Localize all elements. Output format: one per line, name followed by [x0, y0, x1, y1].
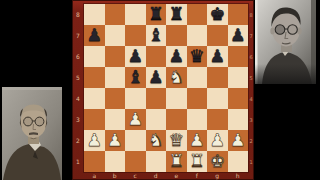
square-c4[interactable] — [125, 88, 146, 109]
square-b3[interactable] — [105, 109, 126, 130]
square-d2[interactable]: ♞ — [146, 130, 167, 151]
square-b1[interactable] — [105, 151, 126, 172]
square-d7[interactable]: ♝ — [146, 25, 167, 46]
chessboard: ♜♜♚♟♝♟♟♟♛♟♝♟♞♟♟♟♞♛♟♟♟♜♜♚ — [84, 4, 248, 172]
rank-label-left-8: 8 — [72, 4, 84, 25]
square-g7[interactable] — [207, 25, 228, 46]
square-g2[interactable]: ♟ — [207, 130, 228, 151]
rank-label-right-1: 1 — [248, 151, 254, 172]
square-c3[interactable]: ♟ — [125, 109, 146, 130]
file-label-h: h — [228, 172, 249, 180]
player-photo-bottom-left — [2, 87, 62, 180]
square-g6[interactable]: ♟ — [207, 46, 228, 67]
white-pawn: ♟ — [230, 131, 246, 149]
rank-label-right-4: 4 — [248, 88, 254, 109]
square-f1[interactable]: ♜ — [187, 151, 208, 172]
square-c5[interactable]: ♝ — [125, 67, 146, 88]
white-queen: ♛ — [168, 131, 184, 149]
white-rook: ♜ — [189, 152, 205, 170]
portrait-man-glasses-icon — [255, 0, 316, 84]
square-c8[interactable] — [125, 4, 146, 25]
square-e7[interactable] — [166, 25, 187, 46]
portrait-man-mustache-icon — [2, 87, 62, 180]
square-f4[interactable] — [187, 88, 208, 109]
square-c2[interactable] — [125, 130, 146, 151]
square-h8[interactable] — [228, 4, 249, 25]
square-a4[interactable] — [84, 88, 105, 109]
square-d4[interactable] — [146, 88, 167, 109]
rank-label-right-8: 8 — [248, 4, 254, 25]
white-pawn: ♟ — [127, 110, 143, 128]
square-f6[interactable]: ♛ — [187, 46, 208, 67]
square-h3[interactable] — [228, 109, 249, 130]
chessboard-frame: 87654321 ♜♜♚♟♝♟♟♟♛♟♝♟♞♟♟♟♞♛♟♟♟♜♜♚ 876543… — [72, 0, 254, 180]
square-f3[interactable] — [187, 109, 208, 130]
rank-label-left-2: 2 — [72, 130, 84, 151]
rank-label-left-4: 4 — [72, 88, 84, 109]
file-label-c: c — [125, 172, 146, 180]
square-f7[interactable] — [187, 25, 208, 46]
square-e2[interactable]: ♛ — [166, 130, 187, 151]
square-e4[interactable] — [166, 88, 187, 109]
file-label-g: g — [207, 172, 228, 180]
white-king: ♚ — [209, 152, 225, 170]
rank-labels-left: 87654321 — [72, 4, 84, 172]
black-pawn: ♟ — [230, 26, 246, 44]
rank-label-right-6: 6 — [248, 46, 254, 67]
square-c6[interactable]: ♟ — [125, 46, 146, 67]
white-pawn: ♟ — [107, 131, 123, 149]
square-a2[interactable]: ♟ — [84, 130, 105, 151]
black-king: ♚ — [209, 5, 225, 23]
black-rook: ♜ — [168, 5, 184, 23]
square-b7[interactable] — [105, 25, 126, 46]
black-bishop: ♝ — [148, 26, 164, 44]
square-h1[interactable] — [228, 151, 249, 172]
white-knight: ♞ — [168, 68, 184, 86]
square-g4[interactable] — [207, 88, 228, 109]
square-f8[interactable] — [187, 4, 208, 25]
square-d1[interactable] — [146, 151, 167, 172]
black-pawn: ♟ — [148, 68, 164, 86]
file-label-a: a — [84, 172, 105, 180]
rank-label-right-7: 7 — [248, 25, 254, 46]
square-e8[interactable]: ♜ — [166, 4, 187, 25]
square-e5[interactable]: ♞ — [166, 67, 187, 88]
rank-label-left-5: 5 — [72, 67, 84, 88]
rank-label-left-1: 1 — [72, 151, 84, 172]
square-d5[interactable]: ♟ — [146, 67, 167, 88]
square-h6[interactable] — [228, 46, 249, 67]
rank-labels-right: 87654321 — [248, 4, 254, 172]
square-a3[interactable] — [84, 109, 105, 130]
square-h5[interactable] — [228, 67, 249, 88]
square-c1[interactable] — [125, 151, 146, 172]
square-e3[interactable] — [166, 109, 187, 130]
white-rook: ♜ — [168, 152, 184, 170]
rank-label-left-7: 7 — [72, 25, 84, 46]
square-f2[interactable]: ♟ — [187, 130, 208, 151]
square-h2[interactable]: ♟ — [228, 130, 249, 151]
square-a5[interactable] — [84, 67, 105, 88]
rank-label-right-3: 3 — [248, 109, 254, 130]
square-a8[interactable] — [84, 4, 105, 25]
file-labels-bottom: abcdefgh — [84, 172, 248, 180]
square-g1[interactable]: ♚ — [207, 151, 228, 172]
square-a7[interactable]: ♟ — [84, 25, 105, 46]
rank-label-left-3: 3 — [72, 109, 84, 130]
black-pawn: ♟ — [127, 47, 143, 65]
rank-label-right-5: 5 — [248, 67, 254, 88]
square-d6[interactable] — [146, 46, 167, 67]
square-f5[interactable] — [187, 67, 208, 88]
white-pawn: ♟ — [189, 131, 205, 149]
square-g8[interactable]: ♚ — [207, 4, 228, 25]
square-b5[interactable] — [105, 67, 126, 88]
file-label-e: e — [166, 172, 187, 180]
square-e1[interactable]: ♜ — [166, 151, 187, 172]
file-label-b: b — [105, 172, 126, 180]
rank-label-right-2: 2 — [248, 130, 254, 151]
square-b8[interactable] — [105, 4, 126, 25]
video-frame: { "game": "chess", "position": { "fen": … — [0, 0, 320, 180]
black-pawn: ♟ — [86, 26, 102, 44]
file-label-d: d — [146, 172, 167, 180]
black-rook: ♜ — [148, 5, 164, 23]
black-queen: ♛ — [189, 47, 205, 65]
square-b6[interactable] — [105, 46, 126, 67]
white-knight: ♞ — [148, 131, 164, 149]
square-h7[interactable]: ♟ — [228, 25, 249, 46]
square-e6[interactable]: ♟ — [166, 46, 187, 67]
square-d8[interactable]: ♜ — [146, 4, 167, 25]
square-g5[interactable] — [207, 67, 228, 88]
square-c7[interactable] — [125, 25, 146, 46]
square-a6[interactable] — [84, 46, 105, 67]
file-label-f: f — [187, 172, 208, 180]
white-pawn: ♟ — [86, 131, 102, 149]
square-d3[interactable] — [146, 109, 167, 130]
square-b4[interactable] — [105, 88, 126, 109]
square-a1[interactable] — [84, 151, 105, 172]
player-photo-top-right — [255, 0, 316, 84]
black-pawn: ♟ — [168, 47, 184, 65]
black-bishop: ♝ — [127, 68, 143, 86]
rank-label-left-6: 6 — [72, 46, 84, 67]
white-pawn: ♟ — [209, 131, 225, 149]
square-g3[interactable] — [207, 109, 228, 130]
black-pawn: ♟ — [209, 47, 225, 65]
square-b2[interactable]: ♟ — [105, 130, 126, 151]
square-h4[interactable] — [228, 88, 249, 109]
